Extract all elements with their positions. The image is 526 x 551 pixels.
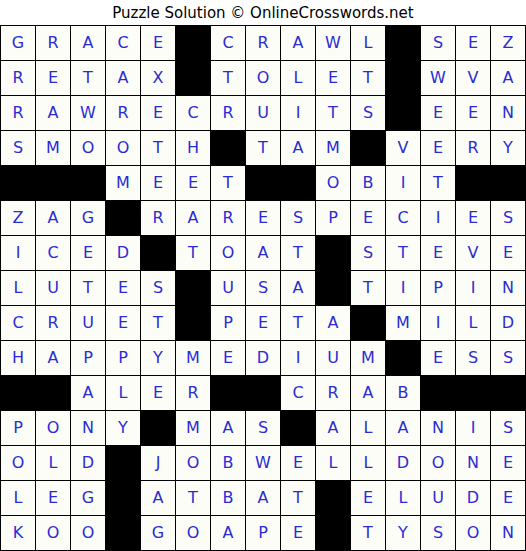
letter-cell: S <box>246 411 280 445</box>
black-cell <box>316 481 350 515</box>
letter-cell: A <box>491 61 525 95</box>
black-cell <box>316 516 350 550</box>
black-cell <box>141 236 175 270</box>
letter-cell: E <box>176 166 210 200</box>
letter-cell: D <box>386 446 420 480</box>
letter-cell: Y <box>106 411 140 445</box>
letter-cell: L <box>316 446 350 480</box>
letter-cell: R <box>211 96 245 130</box>
letter-cell: O <box>1 446 35 480</box>
letter-cell: E <box>421 96 455 130</box>
letter-cell: T <box>421 166 455 200</box>
letter-cell: O <box>71 131 105 165</box>
black-cell <box>281 166 315 200</box>
black-cell <box>421 376 455 410</box>
letter-cell: E <box>211 341 245 375</box>
letter-cell: Y <box>386 516 420 550</box>
letter-cell: J <box>141 446 175 480</box>
black-cell <box>211 131 245 165</box>
letter-cell: B <box>211 481 245 515</box>
letter-cell: S <box>351 236 385 270</box>
letter-cell: T <box>176 481 210 515</box>
letter-cell: O <box>71 516 105 550</box>
letter-cell: D <box>71 446 105 480</box>
letter-cell: A <box>246 236 280 270</box>
letter-cell: E <box>491 236 525 270</box>
letter-cell: L <box>351 446 385 480</box>
letter-cell: E <box>351 201 385 235</box>
letter-cell: U <box>36 271 70 305</box>
letter-cell: C <box>386 201 420 235</box>
black-cell <box>386 341 420 375</box>
letter-cell: T <box>141 131 175 165</box>
letter-cell: E <box>106 306 140 340</box>
letter-cell: R <box>36 26 70 60</box>
letter-cell: E <box>141 166 175 200</box>
letter-cell: T <box>351 271 385 305</box>
letter-cell: H <box>176 131 210 165</box>
letter-cell: T <box>211 61 245 95</box>
letter-cell: O <box>176 446 210 480</box>
letter-cell: T <box>316 96 350 130</box>
black-cell <box>36 376 70 410</box>
letter-cell: X <box>141 61 175 95</box>
letter-cell: I <box>456 271 490 305</box>
black-cell <box>176 26 210 60</box>
letter-cell: E <box>456 201 490 235</box>
letter-cell: O <box>36 516 70 550</box>
letter-cell: R <box>106 96 140 130</box>
letter-cell: N <box>491 271 525 305</box>
letter-cell: U <box>316 341 350 375</box>
page-title: Puzzle Solution © OnlineCrosswords.net <box>0 0 526 25</box>
letter-cell: L <box>106 376 140 410</box>
letter-cell: A <box>281 26 315 60</box>
letter-cell: E <box>141 26 175 60</box>
letter-cell: G <box>71 201 105 235</box>
black-cell <box>386 96 420 130</box>
black-cell <box>106 516 140 550</box>
letter-cell: G <box>71 481 105 515</box>
letter-cell: C <box>281 376 315 410</box>
letter-cell: R <box>456 131 490 165</box>
black-cell <box>351 306 385 340</box>
letter-cell: O <box>421 446 455 480</box>
letter-cell: R <box>246 26 280 60</box>
letter-cell: A <box>386 411 420 445</box>
letter-cell: P <box>246 516 280 550</box>
letter-cell: L <box>281 61 315 95</box>
letter-cell: A <box>176 201 210 235</box>
letter-cell: A <box>211 411 245 445</box>
letter-cell: M <box>386 306 420 340</box>
letter-cell: U <box>421 481 455 515</box>
black-cell <box>1 376 35 410</box>
letter-cell: T <box>141 306 175 340</box>
letter-cell: N <box>421 411 455 445</box>
letter-cell: A <box>36 96 70 130</box>
letter-cell: Z <box>491 26 525 60</box>
letter-cell: A <box>211 516 245 550</box>
black-cell <box>176 271 210 305</box>
letter-cell: D <box>456 481 490 515</box>
letter-cell: P <box>1 411 35 445</box>
letter-cell: E <box>141 96 175 130</box>
letter-cell: B <box>211 446 245 480</box>
letter-cell: I <box>421 306 455 340</box>
black-cell <box>491 166 525 200</box>
letter-cell: S <box>281 201 315 235</box>
letter-cell: P <box>71 341 105 375</box>
letter-cell: L <box>1 271 35 305</box>
letter-cell: A <box>281 131 315 165</box>
letter-cell: D <box>491 306 525 340</box>
black-cell <box>106 201 140 235</box>
crossword-grid: GRACECRAWLSEZRETAXTOLETWVARAWRECRUITSEEN… <box>0 25 526 551</box>
letter-cell: I <box>456 411 490 445</box>
letter-cell: E <box>491 446 525 480</box>
letter-cell: U <box>211 271 245 305</box>
letter-cell: T <box>281 236 315 270</box>
letter-cell: P <box>316 201 350 235</box>
letter-cell: A <box>246 481 280 515</box>
letter-cell: M <box>36 131 70 165</box>
black-cell <box>456 376 490 410</box>
letter-cell: R <box>316 376 350 410</box>
letter-cell: R <box>176 376 210 410</box>
letter-cell: A <box>351 376 385 410</box>
letter-cell: A <box>36 341 70 375</box>
letter-cell: O <box>211 236 245 270</box>
letter-cell: E <box>281 516 315 550</box>
letter-cell: G <box>141 516 175 550</box>
letter-cell: Y <box>491 131 525 165</box>
letter-cell: E <box>71 236 105 270</box>
letter-cell: S <box>246 271 280 305</box>
letter-cell: C <box>1 306 35 340</box>
black-cell <box>211 376 245 410</box>
letter-cell: C <box>176 96 210 130</box>
letter-cell: A <box>71 26 105 60</box>
black-cell <box>176 306 210 340</box>
letter-cell: V <box>456 61 490 95</box>
letter-cell: P <box>211 306 245 340</box>
letter-cell: S <box>421 26 455 60</box>
black-cell <box>71 166 105 200</box>
letter-cell: N <box>71 411 105 445</box>
letter-cell: A <box>36 201 70 235</box>
letter-cell: I <box>1 236 35 270</box>
black-cell <box>141 411 175 445</box>
letter-cell: E <box>456 26 490 60</box>
letter-cell: Z <box>1 201 35 235</box>
letter-cell: N <box>456 446 490 480</box>
black-cell <box>106 446 140 480</box>
letter-cell: U <box>71 306 105 340</box>
letter-cell: T <box>176 236 210 270</box>
letter-cell: I <box>281 341 315 375</box>
letter-cell: W <box>421 61 455 95</box>
letter-cell: M <box>176 341 210 375</box>
black-cell <box>456 166 490 200</box>
letter-cell: R <box>1 96 35 130</box>
letter-cell: D <box>246 341 280 375</box>
letter-cell: P <box>421 271 455 305</box>
black-cell <box>176 61 210 95</box>
letter-cell: S <box>1 131 35 165</box>
black-cell <box>316 236 350 270</box>
letter-cell: T <box>211 166 245 200</box>
letter-cell: Y <box>141 341 175 375</box>
letter-cell: C <box>106 26 140 60</box>
letter-cell: E <box>421 131 455 165</box>
letter-cell: A <box>316 411 350 445</box>
letter-cell: T <box>281 306 315 340</box>
letter-cell: E <box>246 201 280 235</box>
letter-cell: S <box>421 516 455 550</box>
letter-cell: W <box>71 96 105 130</box>
letter-cell: T <box>281 481 315 515</box>
letter-cell: O <box>316 166 350 200</box>
letter-cell: M <box>176 411 210 445</box>
letter-cell: M <box>106 166 140 200</box>
letter-cell: R <box>36 306 70 340</box>
letter-cell: B <box>351 166 385 200</box>
letter-cell: L <box>351 26 385 60</box>
letter-cell: C <box>36 236 70 270</box>
letter-cell: S <box>351 96 385 130</box>
letter-cell: B <box>386 376 420 410</box>
letter-cell: A <box>106 61 140 95</box>
letter-cell: E <box>36 61 70 95</box>
black-cell <box>316 271 350 305</box>
letter-cell: A <box>316 306 350 340</box>
letter-cell: S <box>141 271 175 305</box>
letter-cell: O <box>36 411 70 445</box>
letter-cell: O <box>246 61 280 95</box>
black-cell <box>106 481 140 515</box>
letter-cell: T <box>351 61 385 95</box>
letter-cell: T <box>71 61 105 95</box>
letter-cell: E <box>421 341 455 375</box>
letter-cell: V <box>456 236 490 270</box>
letter-cell: I <box>421 201 455 235</box>
black-cell <box>246 166 280 200</box>
letter-cell: I <box>281 96 315 130</box>
letter-cell: R <box>1 61 35 95</box>
letter-cell: L <box>36 446 70 480</box>
letter-cell: E <box>246 306 280 340</box>
letter-cell: I <box>386 166 420 200</box>
letter-cell: A <box>141 481 175 515</box>
letter-cell: E <box>316 61 350 95</box>
black-cell <box>386 26 420 60</box>
letter-cell: L <box>456 306 490 340</box>
letter-cell: D <box>106 236 140 270</box>
letter-cell: E <box>106 271 140 305</box>
letter-cell: G <box>1 26 35 60</box>
letter-cell: W <box>246 446 280 480</box>
letter-cell: R <box>211 201 245 235</box>
letter-cell: E <box>456 96 490 130</box>
letter-cell: E <box>491 481 525 515</box>
letter-cell: K <box>1 516 35 550</box>
black-cell <box>491 376 525 410</box>
letter-cell: T <box>246 131 280 165</box>
letter-cell: C <box>211 26 245 60</box>
letter-cell: S <box>491 341 525 375</box>
letter-cell: E <box>36 481 70 515</box>
letter-cell: O <box>106 131 140 165</box>
letter-cell: A <box>71 376 105 410</box>
letter-cell: E <box>421 236 455 270</box>
letter-cell: H <box>1 341 35 375</box>
letter-cell: V <box>386 131 420 165</box>
letter-cell: T <box>71 271 105 305</box>
letter-cell: W <box>316 26 350 60</box>
letter-cell: P <box>106 341 140 375</box>
letter-cell: L <box>351 411 385 445</box>
letter-cell: E <box>141 376 175 410</box>
letter-cell: N <box>491 516 525 550</box>
letter-cell: O <box>456 516 490 550</box>
letter-cell: L <box>1 481 35 515</box>
letter-cell: N <box>491 96 525 130</box>
letter-cell: U <box>246 96 280 130</box>
crossword-solution-page: Puzzle Solution © OnlineCrosswords.net G… <box>0 0 526 551</box>
black-cell <box>1 166 35 200</box>
black-cell <box>281 411 315 445</box>
black-cell <box>36 166 70 200</box>
letter-cell: S <box>491 201 525 235</box>
letter-cell: L <box>386 481 420 515</box>
black-cell <box>351 131 385 165</box>
black-cell <box>246 376 280 410</box>
letter-cell: R <box>141 201 175 235</box>
letter-cell: E <box>351 481 385 515</box>
black-cell <box>386 61 420 95</box>
letter-cell: O <box>176 516 210 550</box>
letter-cell: I <box>386 271 420 305</box>
letter-cell: M <box>316 131 350 165</box>
letter-cell: T <box>386 236 420 270</box>
letter-cell: T <box>351 516 385 550</box>
letter-cell: S <box>456 341 490 375</box>
letter-cell: A <box>281 271 315 305</box>
letter-cell: S <box>491 411 525 445</box>
letter-cell: E <box>281 446 315 480</box>
letter-cell: M <box>351 341 385 375</box>
